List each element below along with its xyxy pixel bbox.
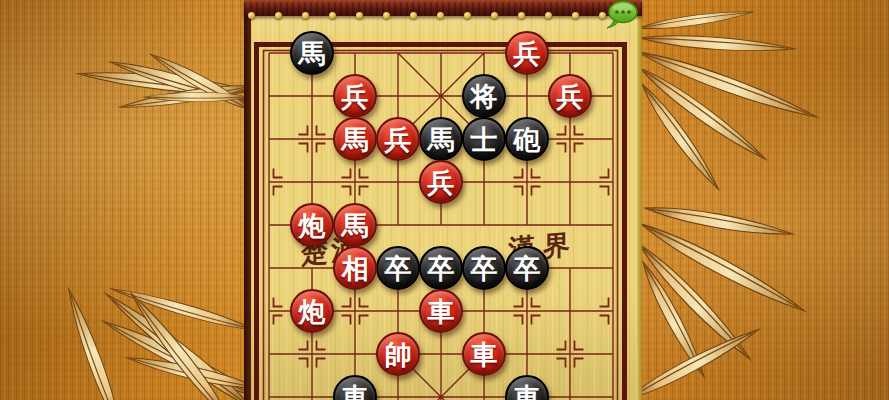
piece-glyph: 馬 bbox=[335, 205, 375, 245]
piece-glyph: 炮 bbox=[292, 205, 332, 245]
piece-red-cannon[interactable]: 炮 bbox=[290, 203, 334, 247]
piece-red-soldier[interactable]: 兵 bbox=[548, 74, 592, 118]
piece-red-chariot[interactable]: 車 bbox=[462, 332, 506, 376]
piece-black-soldier[interactable]: 卒 bbox=[462, 246, 506, 290]
piece-glyph: 炮 bbox=[292, 291, 332, 331]
piece-glyph: 卒 bbox=[507, 248, 547, 288]
piece-black-horse[interactable]: 馬 bbox=[419, 117, 463, 161]
piece-glyph: 兵 bbox=[335, 76, 375, 116]
piece-red-horse[interactable]: 馬 bbox=[333, 203, 377, 247]
piece-red-horse[interactable]: 馬 bbox=[333, 117, 377, 161]
piece-glyph: 相 bbox=[335, 248, 375, 288]
piece-glyph: 兵 bbox=[378, 119, 418, 159]
piece-glyph: 車 bbox=[507, 377, 547, 400]
piece-black-chariot[interactable]: 車 bbox=[505, 375, 549, 400]
piece-red-cannon[interactable]: 炮 bbox=[290, 289, 334, 333]
piece-glyph: 帥 bbox=[378, 334, 418, 374]
piece-black-advisor[interactable]: 士 bbox=[462, 117, 506, 161]
piece-glyph: 砲 bbox=[507, 119, 547, 159]
piece-black-soldier[interactable]: 卒 bbox=[376, 246, 420, 290]
top-decorative-bar bbox=[244, 0, 642, 16]
piece-glyph: 卒 bbox=[421, 248, 461, 288]
piece-red-soldier[interactable]: 兵 bbox=[333, 74, 377, 118]
xiangqi-game-screen: 楚河 漢界 馬将馬士砲卒卒卒卒車車兵兵兵馬兵兵炮馬相炮車帥車 bbox=[0, 0, 889, 400]
piece-glyph: 兵 bbox=[421, 162, 461, 202]
piece-glyph: 馬 bbox=[421, 119, 461, 159]
piece-black-chariot[interactable]: 車 bbox=[333, 375, 377, 400]
piece-black-soldier[interactable]: 卒 bbox=[505, 246, 549, 290]
piece-glyph: 卒 bbox=[464, 248, 504, 288]
piece-red-elephant[interactable]: 相 bbox=[333, 246, 377, 290]
piece-red-soldier[interactable]: 兵 bbox=[419, 160, 463, 204]
piece-red-general[interactable]: 帥 bbox=[376, 332, 420, 376]
piece-glyph: 車 bbox=[421, 291, 461, 331]
chat-bubble-icon[interactable] bbox=[604, 0, 642, 30]
piece-black-horse[interactable]: 馬 bbox=[290, 31, 334, 75]
piece-red-chariot[interactable]: 車 bbox=[419, 289, 463, 333]
piece-glyph: 車 bbox=[464, 334, 504, 374]
piece-black-cannon[interactable]: 砲 bbox=[505, 117, 549, 161]
piece-black-soldier[interactable]: 卒 bbox=[419, 246, 463, 290]
pieces-layer: 馬将馬士砲卒卒卒卒車車兵兵兵馬兵兵炮馬相炮車帥車 bbox=[0, 0, 889, 400]
piece-glyph: 卒 bbox=[378, 248, 418, 288]
piece-glyph: 士 bbox=[464, 119, 504, 159]
piece-glyph: 兵 bbox=[507, 33, 547, 73]
piece-glyph: 兵 bbox=[550, 76, 590, 116]
piece-glyph: 車 bbox=[335, 377, 375, 400]
piece-black-general[interactable]: 将 bbox=[462, 74, 506, 118]
piece-glyph: 馬 bbox=[292, 33, 332, 73]
piece-red-soldier[interactable]: 兵 bbox=[376, 117, 420, 161]
piece-glyph: 将 bbox=[464, 76, 504, 116]
piece-glyph: 馬 bbox=[335, 119, 375, 159]
piece-red-soldier[interactable]: 兵 bbox=[505, 31, 549, 75]
